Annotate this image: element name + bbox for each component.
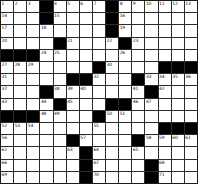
cell-r8c2[interactable] xyxy=(14,86,26,97)
clue-number-43: 43 xyxy=(2,99,7,104)
cell-r1c11[interactable]: 9 xyxy=(132,1,144,12)
cell-r1c14[interactable]: 12 xyxy=(172,1,184,12)
cell-r15c10[interactable] xyxy=(119,172,131,183)
black-cell-r5c1 xyxy=(1,50,13,61)
cell-r13c14[interactable] xyxy=(172,147,184,158)
black-cell-r3c9 xyxy=(106,25,118,36)
cell-r15c6[interactable] xyxy=(67,172,79,183)
cell-r12c12[interactable]: 58 xyxy=(145,135,157,146)
crossword-page: 1234567891011121314151617181920212223242… xyxy=(0,0,198,184)
clue-number-22: 22 xyxy=(107,38,112,43)
cell-r7c2[interactable] xyxy=(14,74,26,85)
cell-r6c4[interactable] xyxy=(40,62,52,73)
clue-number-15: 15 xyxy=(54,13,59,18)
cell-r3c1[interactable]: 17 xyxy=(1,25,13,36)
cell-r8c1[interactable]: 37 xyxy=(1,86,13,97)
clue-number-40: 40 xyxy=(80,86,85,91)
cell-r7c5[interactable] xyxy=(54,74,66,85)
cell-r9c3[interactable] xyxy=(27,99,39,110)
cell-r9c15[interactable] xyxy=(185,99,197,110)
cell-r10c4[interactable]: 48 xyxy=(40,111,52,122)
clue-number-38: 38 xyxy=(54,86,59,91)
cell-r2c7[interactable] xyxy=(80,13,92,24)
clue-number-62: 62 xyxy=(2,147,7,152)
cell-r3c8[interactable] xyxy=(93,25,105,36)
cell-r15c8[interactable]: 70 xyxy=(93,172,105,183)
cell-r5c6[interactable] xyxy=(67,50,79,61)
cell-r6c10[interactable] xyxy=(119,62,131,73)
cell-r8c9[interactable] xyxy=(106,86,118,97)
cell-r11c9[interactable] xyxy=(106,123,118,134)
cell-r14c15[interactable] xyxy=(185,160,197,171)
clue-number-60: 60 xyxy=(172,135,177,140)
cell-r2c3[interactable] xyxy=(27,13,39,24)
cell-r3c2[interactable] xyxy=(14,25,26,36)
cell-r11c4[interactable] xyxy=(40,123,52,134)
cell-r15c3[interactable] xyxy=(27,172,39,183)
cell-r3c11[interactable] xyxy=(132,25,144,36)
clue-number-25: 25 xyxy=(54,50,59,55)
clue-number-18: 18 xyxy=(41,25,46,30)
cell-r11c3[interactable]: 54 xyxy=(27,123,39,134)
cell-r2c15[interactable] xyxy=(185,13,197,24)
cell-r2c11[interactable] xyxy=(132,13,144,24)
cell-r3c4[interactable]: 18 xyxy=(40,25,52,36)
clue-number-10: 10 xyxy=(146,1,151,6)
cell-r11c1[interactable]: 52 xyxy=(1,123,13,134)
clue-number-59: 59 xyxy=(159,135,164,140)
clue-number-26: 26 xyxy=(120,50,125,55)
clue-number-13: 13 xyxy=(185,1,190,6)
cell-r8c7[interactable]: 40 xyxy=(80,86,92,97)
cell-r4c7[interactable] xyxy=(80,38,92,49)
cell-r6c5[interactable] xyxy=(54,62,66,73)
cell-r8c14[interactable] xyxy=(172,86,184,97)
cell-r5c7[interactable] xyxy=(80,50,92,61)
clue-number-1: 1 xyxy=(2,1,5,6)
cell-r1c5[interactable]: 4 xyxy=(54,1,66,12)
cell-r8c6[interactable]: 39 xyxy=(67,86,79,97)
clue-number-31: 31 xyxy=(2,74,7,79)
clue-number-30: 30 xyxy=(107,62,112,67)
clue-number-36: 36 xyxy=(185,74,190,79)
cell-r9c4[interactable]: 44 xyxy=(40,99,52,110)
clue-number-28: 28 xyxy=(15,62,20,67)
clue-number-70: 70 xyxy=(93,172,98,177)
clue-number-12: 12 xyxy=(172,1,177,6)
clue-number-69: 69 xyxy=(2,172,7,177)
cell-r2c13[interactable] xyxy=(159,13,171,24)
black-cell-r2c9 xyxy=(106,13,118,24)
black-cell-r6c13 xyxy=(159,62,171,73)
cell-r1c13[interactable]: 11 xyxy=(159,1,171,12)
cell-r10c12[interactable] xyxy=(145,111,157,122)
black-cell-r11c13 xyxy=(159,123,171,134)
clue-number-23: 23 xyxy=(133,38,138,43)
cell-r5c13[interactable] xyxy=(159,50,171,61)
clue-number-9: 9 xyxy=(133,1,136,6)
cell-r2c2[interactable] xyxy=(14,13,26,24)
cell-r15c2[interactable] xyxy=(14,172,26,183)
cell-r9c13[interactable] xyxy=(159,99,171,110)
black-cell-r8c12 xyxy=(145,86,157,97)
cell-r15c4[interactable] xyxy=(40,172,52,183)
cell-r5c11[interactable] xyxy=(132,50,144,61)
cell-r9c7[interactable] xyxy=(80,99,92,110)
cell-r15c9[interactable] xyxy=(106,172,118,183)
clue-number-66: 66 xyxy=(2,160,7,165)
clue-number-32: 32 xyxy=(93,74,98,79)
black-cell-r10c3 xyxy=(27,111,39,122)
cell-r14c4[interactable] xyxy=(40,160,52,171)
cell-r13c8[interactable]: 64 xyxy=(93,147,105,158)
clue-number-11: 11 xyxy=(159,1,164,6)
cell-r11c7[interactable] xyxy=(80,123,92,134)
cell-r8c15[interactable] xyxy=(185,86,197,97)
clue-number-24: 24 xyxy=(41,50,46,55)
black-cell-r6c8 xyxy=(93,62,105,73)
cell-r2c8[interactable] xyxy=(93,13,105,24)
cell-r4c15[interactable] xyxy=(185,38,197,49)
black-cell-r6c15 xyxy=(185,62,197,73)
cell-r10c6[interactable] xyxy=(67,111,79,122)
clue-number-44: 44 xyxy=(41,99,46,104)
cell-r14c14[interactable] xyxy=(172,160,184,171)
cell-r13c1[interactable]: 62 xyxy=(1,147,13,158)
cell-r12c3[interactable] xyxy=(27,135,39,146)
cell-r5c10[interactable]: 26 xyxy=(119,50,131,61)
cell-r14c2[interactable] xyxy=(14,160,26,171)
clue-number-53: 53 xyxy=(15,123,20,128)
cell-r7c14[interactable]: 35 xyxy=(172,74,184,85)
cell-r6c1[interactable]: 27 xyxy=(1,62,13,73)
black-cell-r7c11 xyxy=(132,74,144,85)
cell-r13c9[interactable] xyxy=(106,147,118,158)
cell-r8c10[interactable] xyxy=(119,86,131,97)
cell-r14c11[interactable] xyxy=(132,160,144,171)
cell-r12c7[interactable]: 57 xyxy=(80,135,92,146)
black-cell-r1c4 xyxy=(40,1,52,12)
black-cell-r10c1 xyxy=(1,111,13,122)
clue-number-2: 2 xyxy=(15,1,18,6)
cell-r13c13[interactable] xyxy=(159,147,171,158)
cell-r4c4[interactable] xyxy=(40,38,52,49)
cell-r15c5[interactable] xyxy=(54,172,66,183)
cell-r4c6[interactable]: 21 xyxy=(67,38,79,49)
black-cell-r15c7 xyxy=(80,172,92,183)
cell-r9c11[interactable]: 46 xyxy=(132,99,144,110)
cell-r3c13[interactable] xyxy=(159,25,171,36)
cell-r9c2[interactable] xyxy=(14,99,26,110)
cell-r10c15[interactable] xyxy=(185,111,197,122)
black-cell-r5c3 xyxy=(27,50,39,61)
cell-r14c5[interactable] xyxy=(54,160,66,171)
black-cell-r4c10 xyxy=(119,38,131,49)
black-cell-r14c7 xyxy=(80,160,92,171)
cell-r7c10[interactable] xyxy=(119,74,131,85)
cell-r6c6[interactable] xyxy=(67,62,79,73)
clue-number-3: 3 xyxy=(28,1,31,6)
cell-r3c6[interactable] xyxy=(67,25,79,36)
cell-r12c8[interactable] xyxy=(93,135,105,146)
cell-r10c5[interactable]: 49 xyxy=(54,111,66,122)
cell-r12c2[interactable] xyxy=(14,135,26,146)
cell-r12c14[interactable]: 60 xyxy=(172,135,184,146)
cell-r13c11[interactable]: 65 xyxy=(132,147,144,158)
cell-r3c10[interactable]: 19 xyxy=(119,25,131,36)
cell-r3c15[interactable] xyxy=(185,25,197,36)
cell-r12c1[interactable]: 56 xyxy=(1,135,13,146)
cell-r7c13[interactable]: 34 xyxy=(159,74,171,85)
black-cell-r11c15 xyxy=(185,123,197,134)
cell-r7c8[interactable]: 32 xyxy=(93,74,105,85)
cell-r15c14[interactable] xyxy=(172,172,184,183)
clue-number-61: 61 xyxy=(185,135,190,140)
clue-number-46: 46 xyxy=(133,99,138,104)
cell-r15c15[interactable] xyxy=(185,172,197,183)
clue-number-55: 55 xyxy=(93,123,98,128)
cell-r11c2[interactable]: 53 xyxy=(14,123,26,134)
cell-r4c9[interactable]: 22 xyxy=(106,38,118,49)
cell-r1c7[interactable]: 6 xyxy=(80,1,92,12)
cell-r11c11[interactable] xyxy=(132,123,144,134)
cell-r10c7[interactable] xyxy=(80,111,92,122)
cell-r1c2[interactable]: 2 xyxy=(14,1,26,12)
cell-r6c2[interactable]: 28 xyxy=(14,62,26,73)
cell-r13c10[interactable] xyxy=(119,147,131,158)
cell-r7c1[interactable]: 31 xyxy=(1,74,13,85)
cell-r1c12[interactable]: 10 xyxy=(145,1,157,12)
cell-r2c1[interactable]: 14 xyxy=(1,13,13,24)
clue-number-20: 20 xyxy=(2,38,7,43)
clue-number-42: 42 xyxy=(159,86,164,91)
clue-number-4: 4 xyxy=(54,1,57,6)
black-cell-r10c2 xyxy=(14,111,26,122)
cell-r12c15[interactable]: 61 xyxy=(185,135,197,146)
cell-r3c12[interactable] xyxy=(145,25,157,36)
cell-r6c7[interactable] xyxy=(80,62,92,73)
clue-number-45: 45 xyxy=(67,99,72,104)
cell-r13c12[interactable] xyxy=(145,147,157,158)
clue-number-34: 34 xyxy=(159,74,164,79)
cell-r15c11[interactable] xyxy=(132,172,144,183)
clue-number-51: 51 xyxy=(120,111,125,116)
clue-number-39: 39 xyxy=(67,86,72,91)
cell-r4c8[interactable] xyxy=(93,38,105,49)
clue-number-71: 71 xyxy=(159,172,164,177)
clue-number-29: 29 xyxy=(28,62,33,67)
clue-number-65: 65 xyxy=(133,147,138,152)
clue-number-48: 48 xyxy=(41,111,46,116)
clue-number-14: 14 xyxy=(2,13,7,18)
cell-r13c4[interactable] xyxy=(40,147,52,158)
cell-r8c8[interactable] xyxy=(93,86,105,97)
cell-r6c9[interactable]: 30 xyxy=(106,62,118,73)
cell-r9c12[interactable]: 47 xyxy=(145,99,157,110)
cell-r14c9[interactable] xyxy=(106,160,118,171)
cell-r14c3[interactable] xyxy=(27,160,39,171)
clue-number-37: 37 xyxy=(2,86,7,91)
cell-r5c8[interactable] xyxy=(93,50,105,61)
clue-number-49: 49 xyxy=(54,111,59,116)
clue-number-19: 19 xyxy=(120,25,125,30)
clue-number-68: 68 xyxy=(159,160,164,165)
clue-number-6: 6 xyxy=(80,1,83,6)
clue-number-21: 21 xyxy=(67,38,72,43)
cell-r7c9[interactable] xyxy=(106,74,118,85)
cell-r11c5[interactable] xyxy=(54,123,66,134)
cell-r11c12[interactable] xyxy=(145,123,157,134)
cell-r4c3[interactable] xyxy=(27,38,39,49)
black-cell-r13c7 xyxy=(80,147,92,158)
cell-r6c12[interactable] xyxy=(145,62,157,73)
cell-r5c5[interactable]: 25 xyxy=(54,50,66,61)
black-cell-r15c12 xyxy=(145,172,157,183)
black-cell-r1c9 xyxy=(106,1,118,12)
cell-r2c6[interactable] xyxy=(67,13,79,24)
cell-r1c15[interactable]: 13 xyxy=(185,1,197,12)
cell-r11c10[interactable] xyxy=(119,123,131,134)
black-cell-r9c5 xyxy=(54,99,66,110)
cell-r5c12[interactable] xyxy=(145,50,157,61)
cell-r15c1[interactable]: 69 xyxy=(1,172,13,183)
black-cell-r6c14 xyxy=(172,62,184,73)
clue-number-5: 5 xyxy=(67,1,70,6)
cell-r7c12[interactable]: 33 xyxy=(145,74,157,85)
cell-r14c8[interactable]: 67 xyxy=(93,160,105,171)
cell-r4c2[interactable] xyxy=(14,38,26,49)
cell-r12c9[interactable] xyxy=(106,135,118,146)
cell-r5c15[interactable] xyxy=(185,50,197,61)
cell-r8c3[interactable] xyxy=(27,86,39,97)
cell-r8c5[interactable]: 38 xyxy=(54,86,66,97)
cell-r14c13[interactable]: 68 xyxy=(159,160,171,171)
cell-r13c3[interactable] xyxy=(27,147,39,158)
cell-r13c6[interactable]: 63 xyxy=(67,147,79,158)
cell-r3c3[interactable] xyxy=(27,25,39,36)
cell-r7c15[interactable]: 36 xyxy=(185,74,197,85)
clue-number-33: 33 xyxy=(146,74,151,79)
cell-r13c15[interactable] xyxy=(185,147,197,158)
clue-number-54: 54 xyxy=(28,123,33,128)
cell-r1c6[interactable]: 5 xyxy=(67,1,79,12)
clue-number-47: 47 xyxy=(146,99,151,104)
cell-r6c3[interactable]: 29 xyxy=(27,62,39,73)
cell-r4c1[interactable]: 20 xyxy=(1,38,13,49)
clue-number-35: 35 xyxy=(172,74,177,79)
cell-r5c14[interactable] xyxy=(172,50,184,61)
cell-r1c3[interactable]: 3 xyxy=(27,1,39,12)
black-cell-r9c10 xyxy=(119,99,131,110)
black-cell-r12c11 xyxy=(132,135,144,146)
cell-r2c12[interactable] xyxy=(145,13,157,24)
black-cell-r2c4 xyxy=(40,13,52,24)
black-cell-r10c8 xyxy=(93,111,105,122)
black-cell-r9c9 xyxy=(106,99,118,110)
cell-r3c7[interactable] xyxy=(80,25,92,36)
cell-r2c14[interactable] xyxy=(172,13,184,24)
clue-number-57: 57 xyxy=(80,135,85,140)
cell-r6c11[interactable] xyxy=(132,62,144,73)
cell-r14c1[interactable]: 66 xyxy=(1,160,13,171)
clue-number-41: 41 xyxy=(133,86,138,91)
clue-number-27: 27 xyxy=(2,62,7,67)
cell-r5c9[interactable] xyxy=(106,50,118,61)
cell-r11c8[interactable]: 55 xyxy=(93,123,105,134)
black-cell-r14c12 xyxy=(145,160,157,171)
clue-number-7: 7 xyxy=(93,1,96,6)
cell-r3c14[interactable] xyxy=(172,25,184,36)
cell-r7c4[interactable] xyxy=(40,74,52,85)
cell-r5c4[interactable]: 24 xyxy=(40,50,52,61)
cell-r10c9[interactable]: 50 xyxy=(106,111,118,122)
crossword-grid: 1234567891011121314151617181920212223242… xyxy=(0,0,198,184)
cell-r1c1[interactable]: 1 xyxy=(1,1,13,12)
cell-r2c10[interactable]: 16 xyxy=(119,13,131,24)
cell-r4c12[interactable] xyxy=(145,38,157,49)
cell-r9c6[interactable]: 45 xyxy=(67,99,79,110)
cell-r8c11[interactable]: 41 xyxy=(132,86,144,97)
cell-r2c5[interactable]: 15 xyxy=(54,13,66,24)
cell-r9c14[interactable] xyxy=(172,99,184,110)
cell-r12c4[interactable] xyxy=(40,135,52,146)
cell-r13c2[interactable] xyxy=(14,147,26,158)
cell-r1c10[interactable]: 8 xyxy=(119,1,131,12)
cell-r10c11[interactable] xyxy=(132,111,144,122)
cell-r3c5[interactable] xyxy=(54,25,66,36)
cell-r4c11[interactable]: 23 xyxy=(132,38,144,49)
clue-number-50: 50 xyxy=(107,111,112,116)
cell-r9c1[interactable]: 43 xyxy=(1,99,13,110)
cell-r11c6[interactable] xyxy=(67,123,79,134)
black-cell-r4c5 xyxy=(54,38,66,49)
cell-r14c10[interactable] xyxy=(119,160,131,171)
clue-number-63: 63 xyxy=(67,147,72,152)
cell-r14c6[interactable] xyxy=(67,160,79,171)
cell-r10c14[interactable] xyxy=(172,111,184,122)
clue-number-64: 64 xyxy=(93,147,98,152)
black-cell-r5c2 xyxy=(14,50,26,61)
cell-r8c13[interactable]: 42 xyxy=(159,86,171,97)
cell-r12c10[interactable] xyxy=(119,135,131,146)
black-cell-r7c7 xyxy=(80,74,92,85)
clue-number-8: 8 xyxy=(120,1,123,6)
cell-r4c14[interactable] xyxy=(172,38,184,49)
clue-number-58: 58 xyxy=(146,135,151,140)
clue-number-52: 52 xyxy=(2,123,7,128)
cell-r13c5[interactable] xyxy=(54,147,66,158)
cell-r12c13[interactable]: 59 xyxy=(159,135,171,146)
cell-r7c3[interactable] xyxy=(27,74,39,85)
black-cell-r11c14 xyxy=(172,123,184,134)
black-cell-r8c4 xyxy=(40,86,52,97)
clue-number-67: 67 xyxy=(93,160,98,165)
cell-r1c8[interactable]: 7 xyxy=(93,1,105,12)
black-cell-r7c6 xyxy=(67,74,79,85)
black-cell-r12c6 xyxy=(67,135,79,146)
cell-r9c8[interactable] xyxy=(93,99,105,110)
cell-r10c13[interactable] xyxy=(159,111,171,122)
cell-r15c13[interactable]: 71 xyxy=(159,172,171,183)
clue-number-17: 17 xyxy=(2,25,7,30)
cell-r10c10[interactable]: 51 xyxy=(119,111,131,122)
clue-number-56: 56 xyxy=(2,135,7,140)
cell-r12c5[interactable] xyxy=(54,135,66,146)
clue-number-16: 16 xyxy=(120,13,125,18)
cell-r4c13[interactable] xyxy=(159,38,171,49)
